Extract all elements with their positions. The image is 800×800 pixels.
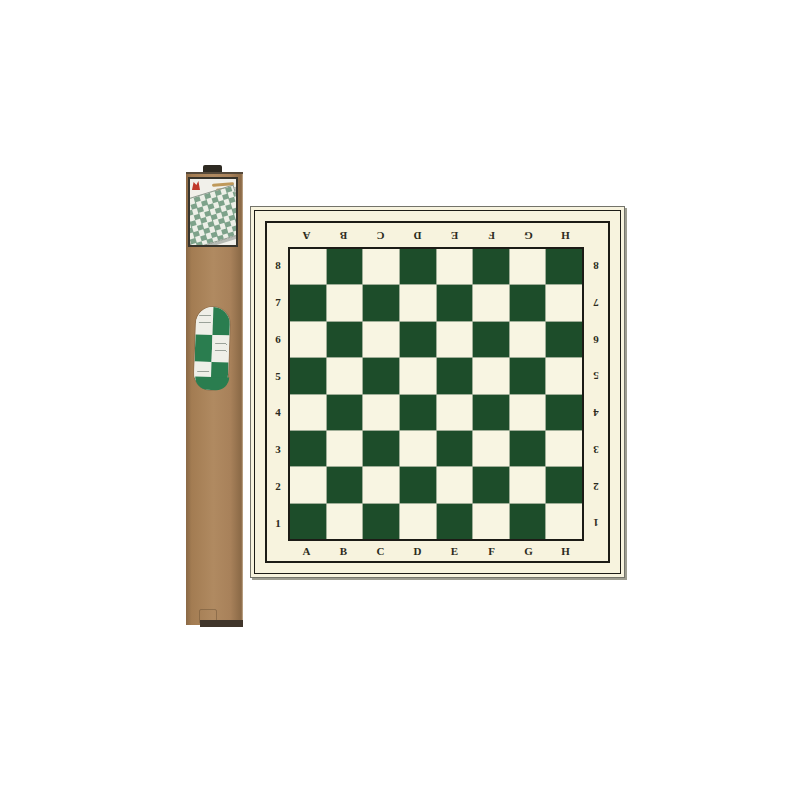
square-h2 <box>546 467 582 502</box>
file-label-top-g: G <box>510 228 547 244</box>
rank-label-left-3: 3 <box>270 431 286 468</box>
square-g7 <box>510 285 546 320</box>
chessboard: ABCDEFGH ABCDEFGH 87654321 87654321 <box>250 206 625 578</box>
file-labels-top: ABCDEFGH <box>288 228 584 244</box>
square-d6 <box>400 322 436 357</box>
file-label-bottom-f: F <box>473 543 510 559</box>
file-label-bottom-g: G <box>510 543 547 559</box>
square-d5 <box>400 358 436 393</box>
square-a6 <box>290 322 326 357</box>
file-label-top-c: C <box>362 228 399 244</box>
square-d1 <box>400 504 436 539</box>
tube-base-shadow <box>200 620 243 627</box>
folded-board-photo <box>188 184 238 247</box>
brand-logo-icon <box>192 181 200 190</box>
square-d4 <box>400 395 436 430</box>
square-b2 <box>327 467 363 502</box>
square-f6 <box>473 322 509 357</box>
square-c4 <box>363 395 399 430</box>
rank-label-right-5: 5 <box>588 357 604 394</box>
file-label-top-b: B <box>325 228 362 244</box>
rank-label-right-7: 7 <box>588 284 604 321</box>
square-c2 <box>363 467 399 502</box>
square-c3 <box>363 431 399 466</box>
rank-label-right-1: 1 <box>588 504 604 541</box>
square-c5 <box>363 358 399 393</box>
square-a5 <box>290 358 326 393</box>
square-h4 <box>546 395 582 430</box>
rank-label-left-2: 2 <box>270 468 286 505</box>
square-f4 <box>473 395 509 430</box>
pill-label-cell <box>195 334 213 362</box>
square-a2 <box>290 467 326 502</box>
square-b4 <box>327 395 363 430</box>
file-label-top-h: H <box>547 228 584 244</box>
square-c8 <box>363 249 399 284</box>
product-photo: ABCDEFGH ABCDEFGH 87654321 87654321 <box>0 0 800 800</box>
square-a7 <box>290 285 326 320</box>
file-label-bottom-d: D <box>399 543 436 559</box>
square-f7 <box>473 285 509 320</box>
square-f8 <box>473 249 509 284</box>
file-label-bottom-a: A <box>288 543 325 559</box>
square-g3 <box>510 431 546 466</box>
square-g2 <box>510 467 546 502</box>
square-h1 <box>546 504 582 539</box>
square-c7 <box>363 285 399 320</box>
square-e3 <box>437 431 473 466</box>
square-h3 <box>546 431 582 466</box>
square-d8 <box>400 249 436 284</box>
playing-area <box>288 247 584 541</box>
rank-label-right-4: 4 <box>588 394 604 431</box>
square-f1 <box>473 504 509 539</box>
square-b1 <box>327 504 363 539</box>
square-e5 <box>437 358 473 393</box>
file-label-bottom-e: E <box>436 543 473 559</box>
rank-labels-left: 87654321 <box>270 247 286 541</box>
square-e6 <box>437 322 473 357</box>
square-e8 <box>437 249 473 284</box>
square-g6 <box>510 322 546 357</box>
square-b8 <box>327 249 363 284</box>
board-grid <box>290 249 582 539</box>
square-e1 <box>437 504 473 539</box>
file-label-bottom-c: C <box>362 543 399 559</box>
rank-label-left-8: 8 <box>270 247 286 284</box>
square-h6 <box>546 322 582 357</box>
square-g1 <box>510 504 546 539</box>
square-b3 <box>327 431 363 466</box>
square-c1 <box>363 504 399 539</box>
rank-label-left-1: 1 <box>270 504 286 541</box>
square-f3 <box>473 431 509 466</box>
square-e7 <box>437 285 473 320</box>
rank-label-right-3: 3 <box>588 431 604 468</box>
rank-label-left-6: 6 <box>270 321 286 358</box>
square-d7 <box>400 285 436 320</box>
square-d3 <box>400 431 436 466</box>
square-e4 <box>437 395 473 430</box>
square-b7 <box>327 285 363 320</box>
square-h7 <box>546 285 582 320</box>
rank-label-right-6: 6 <box>588 321 604 358</box>
square-h8 <box>546 249 582 284</box>
rank-label-right-8: 8 <box>588 247 604 284</box>
file-label-bottom-h: H <box>547 543 584 559</box>
file-label-top-d: D <box>399 228 436 244</box>
square-b5 <box>327 358 363 393</box>
file-label-bottom-b: B <box>325 543 362 559</box>
rank-label-left-4: 4 <box>270 394 286 431</box>
square-e2 <box>437 467 473 502</box>
square-g8 <box>510 249 546 284</box>
square-b6 <box>327 322 363 357</box>
square-d2 <box>400 467 436 502</box>
square-a8 <box>290 249 326 284</box>
square-a4 <box>290 395 326 430</box>
file-label-top-f: F <box>473 228 510 244</box>
file-label-top-a: A <box>288 228 325 244</box>
square-f5 <box>473 358 509 393</box>
rank-label-right-2: 2 <box>588 468 604 505</box>
file-labels-bottom: ABCDEFGH <box>288 543 584 559</box>
square-h5 <box>546 358 582 393</box>
square-g4 <box>510 395 546 430</box>
square-c6 <box>363 322 399 357</box>
file-label-top-e: E <box>436 228 473 244</box>
rank-labels-right: 87654321 <box>588 247 604 541</box>
square-a1 <box>290 504 326 539</box>
rank-label-left-5: 5 <box>270 357 286 394</box>
pill-label-cell <box>212 335 230 363</box>
square-f2 <box>473 467 509 502</box>
box-art-label <box>188 177 238 247</box>
square-a3 <box>290 431 326 466</box>
square-g5 <box>510 358 546 393</box>
rank-label-left-7: 7 <box>270 284 286 321</box>
